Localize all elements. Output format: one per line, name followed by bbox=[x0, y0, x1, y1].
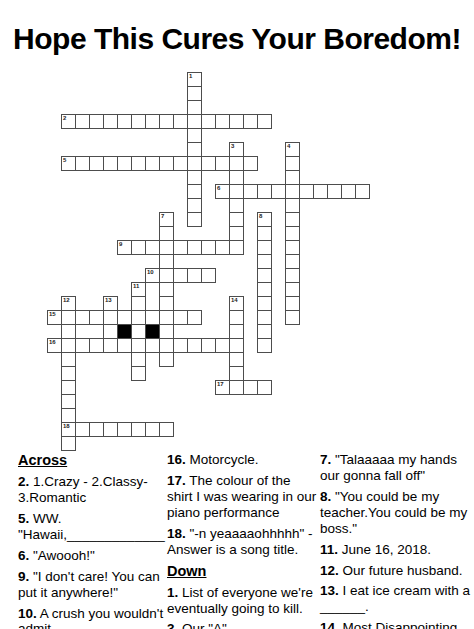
clue-number: 18. bbox=[167, 526, 186, 541]
grid-cell[interactable] bbox=[131, 240, 146, 255]
grid-cell[interactable]: 17 bbox=[215, 380, 230, 395]
grid-cell[interactable] bbox=[229, 324, 244, 339]
clue-number: 9. bbox=[18, 569, 29, 584]
grid-cell[interactable] bbox=[159, 254, 174, 269]
grid-cell[interactable] bbox=[131, 324, 146, 339]
clue-number: 16. bbox=[167, 452, 186, 467]
grid-cell[interactable] bbox=[229, 380, 244, 395]
grid-cell[interactable] bbox=[187, 86, 202, 101]
grid-cell[interactable] bbox=[187, 142, 202, 157]
grid-cell[interactable] bbox=[243, 184, 258, 199]
clue-number: 17. bbox=[167, 473, 186, 488]
grid-cell[interactable] bbox=[299, 184, 314, 199]
cell-number: 6 bbox=[217, 185, 220, 192]
grid-cell[interactable] bbox=[229, 198, 244, 213]
grid-cell[interactable] bbox=[285, 170, 300, 185]
grid-cell[interactable] bbox=[229, 352, 244, 367]
grid-cell[interactable] bbox=[285, 198, 300, 213]
grid-cell[interactable] bbox=[229, 366, 244, 381]
grid-cell[interactable] bbox=[89, 422, 104, 437]
cell-number: 10 bbox=[147, 269, 154, 276]
grid-cell[interactable] bbox=[131, 352, 146, 367]
grid-cell[interactable] bbox=[173, 240, 188, 255]
grid-cell[interactable] bbox=[75, 338, 90, 353]
crossword-page: Hope This Cures Your Boredom! 1234567891… bbox=[0, 0, 474, 629]
down-header: Down bbox=[167, 563, 317, 580]
grid-cell[interactable] bbox=[187, 114, 202, 129]
grid-cell[interactable] bbox=[201, 114, 216, 129]
clue-number: 10. bbox=[18, 606, 37, 621]
cell-number: 17 bbox=[217, 381, 224, 388]
grid-cell[interactable] bbox=[313, 184, 328, 199]
clue-number: 14. bbox=[320, 620, 339, 629]
grid-cell[interactable]: 16 bbox=[47, 338, 62, 353]
clue-item: 18. "-n yeaaaaohhhhh" - Answer is a song… bbox=[167, 526, 317, 558]
grid-cell[interactable] bbox=[187, 198, 202, 213]
grid-cell[interactable] bbox=[173, 310, 188, 325]
grid-cell[interactable] bbox=[159, 338, 174, 353]
grid-cell[interactable] bbox=[131, 338, 146, 353]
grid-cell[interactable] bbox=[131, 310, 146, 325]
black-cell bbox=[117, 324, 132, 339]
grid-cell[interactable] bbox=[89, 338, 104, 353]
clue-number: 3. bbox=[167, 621, 178, 629]
grid-cell[interactable] bbox=[257, 184, 272, 199]
grid-cell[interactable] bbox=[327, 184, 342, 199]
grid-cell[interactable]: 13 bbox=[103, 296, 118, 311]
clue-item: 14. Most Disappointing One Direction Mus… bbox=[320, 620, 472, 629]
grid-cell[interactable] bbox=[257, 226, 272, 241]
clue-column-left: Across2. 1.Crazy - 2.Classy-3.Romantic5.… bbox=[18, 452, 166, 629]
grid-cell[interactable]: 3 bbox=[229, 142, 244, 157]
grid-cell[interactable] bbox=[117, 338, 132, 353]
grid-cell[interactable] bbox=[285, 156, 300, 171]
grid-cell[interactable] bbox=[257, 114, 272, 129]
clue-number: 12. bbox=[320, 563, 339, 578]
grid-cell[interactable] bbox=[61, 324, 76, 339]
grid-cell[interactable] bbox=[145, 114, 160, 129]
clue-item: 9. "I don't care! You can put it anywher… bbox=[18, 569, 166, 601]
grid-cell[interactable] bbox=[285, 212, 300, 227]
grid-cell[interactable]: 1 bbox=[187, 72, 202, 87]
grid-cell[interactable] bbox=[201, 338, 216, 353]
grid-cell[interactable] bbox=[89, 310, 104, 325]
grid-cell[interactable] bbox=[89, 156, 104, 171]
grid-cell[interactable] bbox=[187, 184, 202, 199]
grid-cell[interactable] bbox=[159, 114, 174, 129]
grid-cell[interactable] bbox=[285, 310, 300, 325]
grid-cell[interactable]: 4 bbox=[285, 142, 300, 157]
grid-cell[interactable] bbox=[61, 310, 76, 325]
clue-number: 11. bbox=[320, 542, 338, 557]
grid-cell[interactable] bbox=[159, 310, 174, 325]
clue-item: 16. Motorcycle. bbox=[167, 452, 317, 468]
clue-column-right: 7. "Talaaaaa my hands our gonna fall off… bbox=[320, 452, 472, 629]
grid-cell[interactable] bbox=[173, 114, 188, 129]
grid-cell[interactable] bbox=[285, 296, 300, 311]
grid-cell[interactable] bbox=[285, 184, 300, 199]
grid-cell[interactable] bbox=[187, 100, 202, 115]
grid-cell[interactable] bbox=[145, 422, 160, 437]
cell-number: 14 bbox=[231, 297, 238, 304]
grid-cell[interactable] bbox=[131, 296, 146, 311]
clue-number: 8. bbox=[320, 489, 331, 504]
grid-cell[interactable]: 15 bbox=[47, 310, 62, 325]
cell-number: 13 bbox=[105, 297, 112, 304]
grid-cell[interactable] bbox=[173, 156, 188, 171]
grid-cell[interactable] bbox=[187, 128, 202, 143]
clue-number: 2. bbox=[18, 474, 29, 489]
clue-column-middle: 16. Motorcycle.17. The colour of the shi… bbox=[167, 452, 317, 629]
grid-cell[interactable] bbox=[243, 380, 258, 395]
across-header: Across bbox=[18, 452, 166, 469]
grid-cell[interactable] bbox=[187, 240, 202, 255]
grid-cell[interactable] bbox=[187, 338, 202, 353]
grid-cell[interactable]: 5 bbox=[61, 156, 76, 171]
grid-cell[interactable] bbox=[187, 156, 202, 171]
grid-cell[interactable] bbox=[229, 240, 244, 255]
grid-cell[interactable] bbox=[103, 422, 118, 437]
grid-cell[interactable] bbox=[201, 268, 216, 283]
grid-cell[interactable] bbox=[131, 156, 146, 171]
grid-cell[interactable] bbox=[257, 324, 272, 339]
grid-cell[interactable] bbox=[173, 268, 188, 283]
clue-item: 7. "Talaaaaa my hands our gonna fall off… bbox=[320, 452, 472, 484]
grid-cell[interactable] bbox=[131, 114, 146, 129]
grid-cell[interactable] bbox=[229, 114, 244, 129]
grid-cell[interactable] bbox=[75, 156, 90, 171]
grid-cell[interactable] bbox=[159, 268, 174, 283]
clue-number: 13. bbox=[320, 583, 339, 598]
grid-cell[interactable] bbox=[75, 114, 90, 129]
grid-cell[interactable]: 10 bbox=[145, 268, 160, 283]
grid-cell[interactable] bbox=[257, 310, 272, 325]
grid-cell[interactable] bbox=[131, 422, 146, 437]
clue-number: 1. bbox=[167, 585, 178, 600]
grid-cell[interactable]: 7 bbox=[159, 212, 174, 227]
grid-cell[interactable]: 12 bbox=[61, 296, 76, 311]
grid-cell[interactable] bbox=[257, 338, 272, 353]
cell-number: 1 bbox=[189, 73, 192, 80]
clue-item: 6. "Awoooh!" bbox=[18, 548, 166, 564]
grid-cell[interactable] bbox=[61, 394, 76, 409]
clue-item: 8. "You could be my teacher.You could be… bbox=[320, 489, 472, 537]
cell-number: 5 bbox=[63, 157, 66, 164]
cell-number: 9 bbox=[119, 241, 122, 248]
grid-cell[interactable] bbox=[229, 338, 244, 353]
cell-number: 7 bbox=[161, 213, 164, 220]
grid-cell[interactable]: 9 bbox=[117, 240, 132, 255]
grid-cell[interactable] bbox=[145, 338, 160, 353]
clue-item: 1. List of everyone we're eventually goi… bbox=[167, 585, 317, 617]
grid-cell[interactable] bbox=[61, 366, 76, 381]
cell-number: 12 bbox=[63, 297, 70, 304]
cell-number: 4 bbox=[287, 143, 290, 150]
grid-cell[interactable] bbox=[229, 212, 244, 227]
black-cell bbox=[145, 324, 160, 339]
grid-cell[interactable] bbox=[61, 436, 76, 451]
grid-cell[interactable] bbox=[89, 114, 104, 129]
clue-item: 2. 1.Crazy - 2.Classy-3.Romantic bbox=[18, 474, 166, 506]
grid-cell[interactable] bbox=[201, 240, 216, 255]
grid-cell[interactable] bbox=[117, 310, 132, 325]
grid-cell[interactable] bbox=[159, 422, 174, 437]
grid-cell[interactable] bbox=[257, 282, 272, 297]
grid-cell[interactable] bbox=[103, 114, 118, 129]
grid-cell[interactable] bbox=[355, 184, 370, 199]
grid-cell[interactable] bbox=[229, 184, 244, 199]
grid-cell[interactable] bbox=[285, 254, 300, 269]
page-title: Hope This Cures Your Boredom! bbox=[0, 22, 474, 56]
grid-cell[interactable] bbox=[187, 310, 202, 325]
grid-cell[interactable] bbox=[229, 310, 244, 325]
grid-cell[interactable] bbox=[145, 240, 160, 255]
clue-number: 5. bbox=[18, 511, 29, 526]
grid-cell[interactable] bbox=[187, 268, 202, 283]
grid-cell[interactable] bbox=[201, 156, 216, 171]
clue-item: 11. June 16, 2018. bbox=[320, 542, 472, 558]
clue-item: 12. Our future husband. bbox=[320, 563, 472, 579]
grid-cell[interactable]: 8 bbox=[257, 212, 272, 227]
cell-number: 8 bbox=[259, 213, 262, 220]
grid-cell[interactable] bbox=[215, 114, 230, 129]
grid-cell[interactable] bbox=[159, 296, 174, 311]
grid-cell[interactable] bbox=[243, 156, 258, 171]
grid-cell[interactable] bbox=[229, 170, 244, 185]
grid-cell[interactable] bbox=[117, 422, 132, 437]
clue-item: 17. The colour of the shirt I was wearin… bbox=[167, 473, 317, 521]
grid-cell[interactable] bbox=[257, 240, 272, 255]
grid-cell[interactable] bbox=[187, 170, 202, 185]
grid-cell[interactable] bbox=[75, 310, 90, 325]
grid-cell[interactable] bbox=[271, 184, 286, 199]
cell-number: 2 bbox=[63, 115, 66, 122]
cell-number: 16 bbox=[49, 339, 56, 346]
grid-cell[interactable] bbox=[257, 380, 272, 395]
grid-cell[interactable] bbox=[75, 422, 90, 437]
grid-cell[interactable] bbox=[117, 114, 132, 129]
grid-cell[interactable]: 18 bbox=[61, 422, 76, 437]
grid-cell[interactable]: 11 bbox=[131, 282, 146, 297]
clue-item: 3. Our "A" bbox=[167, 621, 317, 629]
grid-cell[interactable] bbox=[61, 338, 76, 353]
grid-cell[interactable] bbox=[215, 338, 230, 353]
clue-number: 7. bbox=[320, 452, 331, 467]
grid-cell[interactable] bbox=[103, 324, 118, 339]
grid-cell[interactable] bbox=[173, 338, 188, 353]
grid-cell[interactable]: 6 bbox=[215, 184, 230, 199]
grid-cell[interactable]: 14 bbox=[229, 296, 244, 311]
grid-cell[interactable] bbox=[229, 156, 244, 171]
grid-cell[interactable] bbox=[103, 156, 118, 171]
grid-cell[interactable] bbox=[215, 156, 230, 171]
grid-cell[interactable] bbox=[159, 156, 174, 171]
clue-item: 5. WW. "Hawaii,_____________ bbox=[18, 511, 166, 543]
grid-cell[interactable] bbox=[159, 352, 174, 367]
clue-item: 13. I eat ice cream with a ______. bbox=[320, 583, 472, 615]
grid-cell[interactable] bbox=[285, 282, 300, 297]
grid-cell[interactable] bbox=[159, 282, 174, 297]
grid-cell[interactable] bbox=[243, 114, 258, 129]
grid-cell[interactable] bbox=[257, 254, 272, 269]
grid-cell[interactable] bbox=[103, 310, 118, 325]
grid-cell[interactable] bbox=[131, 366, 146, 381]
grid-cell[interactable] bbox=[285, 226, 300, 241]
grid-cell[interactable] bbox=[215, 240, 230, 255]
grid-cell[interactable] bbox=[229, 226, 244, 241]
grid-cell[interactable] bbox=[257, 296, 272, 311]
crossword-grid: 123456789101112131415161718 bbox=[47, 72, 370, 451]
grid-cell[interactable]: 2 bbox=[61, 114, 76, 129]
grid-cell[interactable] bbox=[285, 240, 300, 255]
grid-cell[interactable] bbox=[117, 156, 132, 171]
cell-number: 18 bbox=[63, 423, 70, 430]
grid-cell[interactable] bbox=[145, 310, 160, 325]
grid-cell[interactable] bbox=[103, 338, 118, 353]
cell-number: 11 bbox=[133, 283, 139, 290]
grid-cell[interactable] bbox=[61, 380, 76, 395]
grid-cell[interactable] bbox=[341, 184, 356, 199]
grid-cell[interactable] bbox=[187, 212, 202, 227]
clue-number: 6. bbox=[18, 548, 29, 563]
clue-item: 10. A crush you wouldn't admit. bbox=[18, 606, 166, 629]
grid-cell[interactable] bbox=[285, 268, 300, 283]
grid-cell[interactable] bbox=[145, 156, 160, 171]
cell-number: 15 bbox=[49, 311, 56, 318]
grid-cell[interactable] bbox=[61, 352, 76, 367]
grid-cell[interactable] bbox=[159, 324, 174, 339]
cell-number: 3 bbox=[231, 143, 234, 150]
grid-cell[interactable] bbox=[159, 226, 174, 241]
grid-cell[interactable] bbox=[257, 268, 272, 283]
grid-cell[interactable] bbox=[61, 408, 76, 423]
grid-cell[interactable] bbox=[159, 240, 174, 255]
